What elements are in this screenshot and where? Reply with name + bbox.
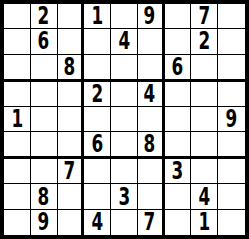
cell-r2c9[interactable]: [218, 29, 245, 54]
cell-r2c5[interactable]: 4: [111, 29, 138, 54]
cell-r9c5[interactable]: [111, 210, 138, 235]
cell-r9c7[interactable]: [165, 210, 192, 235]
cell-r5c1[interactable]: 1: [4, 107, 31, 132]
cell-r2c3[interactable]: [58, 29, 85, 54]
digit: 9: [144, 4, 156, 28]
cell-r4c7[interactable]: [165, 82, 192, 107]
cell-r6c6[interactable]: 8: [138, 132, 165, 159]
digit: 1: [11, 107, 23, 131]
cell-r7c1[interactable]: [4, 159, 31, 184]
cell-r3c3[interactable]: 8: [58, 55, 85, 82]
digit: 8: [64, 55, 76, 79]
cell-r6c9[interactable]: [218, 132, 245, 159]
cell-r7c2[interactable]: [31, 159, 58, 184]
cell-r4c6[interactable]: 4: [138, 82, 165, 107]
cell-r4c2[interactable]: [31, 82, 58, 107]
cell-r4c4[interactable]: 2: [84, 82, 111, 107]
cell-r9c8[interactable]: 1: [191, 210, 218, 235]
cell-r7c5[interactable]: [111, 159, 138, 184]
digit: 4: [144, 82, 156, 106]
cell-r6c1[interactable]: [4, 132, 31, 159]
cell-r1c5[interactable]: [111, 4, 138, 29]
cell-r1c7[interactable]: [165, 4, 192, 29]
cell-r8c6[interactable]: [138, 184, 165, 209]
cell-r5c2[interactable]: [31, 107, 58, 132]
cell-r7c6[interactable]: [138, 159, 165, 184]
cell-r9c9[interactable]: [218, 210, 245, 235]
cell-r7c8[interactable]: [191, 159, 218, 184]
cell-r2c4[interactable]: [84, 29, 111, 54]
digit: 6: [172, 55, 184, 79]
sudoku-board: 2 1 9 7 6 4 2 8 6 2 4 1 9 6 8 7: [0, 0, 249, 239]
cell-r3c9[interactable]: [218, 55, 245, 82]
cell-r6c4[interactable]: 6: [84, 132, 111, 159]
digit: 7: [144, 210, 156, 234]
cell-r5c3[interactable]: [58, 107, 85, 132]
cell-r5c9[interactable]: 9: [218, 107, 245, 132]
cell-r3c6[interactable]: [138, 55, 165, 82]
digit: 8: [38, 185, 50, 209]
cell-r8c7[interactable]: [165, 184, 192, 209]
cell-r2c8[interactable]: 2: [191, 29, 218, 54]
digit: 4: [198, 185, 210, 209]
cell-r4c3[interactable]: [58, 82, 85, 107]
digit: 1: [198, 210, 210, 234]
cell-r1c9[interactable]: [218, 4, 245, 29]
cell-r4c1[interactable]: [4, 82, 31, 107]
cell-r5c6[interactable]: [138, 107, 165, 132]
digit: 4: [118, 29, 130, 53]
digit: 2: [198, 29, 210, 53]
cell-r4c5[interactable]: [111, 82, 138, 107]
cell-r2c1[interactable]: [4, 29, 31, 54]
cell-r8c4[interactable]: [84, 184, 111, 209]
cell-r9c4[interactable]: 4: [84, 210, 111, 235]
digit: 9: [38, 210, 50, 234]
cell-r2c7[interactable]: [165, 29, 192, 54]
digit: 2: [91, 82, 103, 106]
cell-r6c8[interactable]: [191, 132, 218, 159]
cell-r8c2[interactable]: 8: [31, 184, 58, 209]
cell-r8c5[interactable]: 3: [111, 184, 138, 209]
cell-r5c7[interactable]: [165, 107, 192, 132]
cell-r3c1[interactable]: [4, 55, 31, 82]
cell-r3c7[interactable]: 6: [165, 55, 192, 82]
cell-r5c4[interactable]: [84, 107, 111, 132]
cell-r1c6[interactable]: 9: [138, 4, 165, 29]
digit: 6: [91, 132, 103, 156]
cell-r3c2[interactable]: [31, 55, 58, 82]
digit: 3: [172, 159, 184, 183]
cell-r5c8[interactable]: [191, 107, 218, 132]
cell-r3c5[interactable]: [111, 55, 138, 82]
cell-r7c9[interactable]: [218, 159, 245, 184]
cell-r7c3[interactable]: 7: [58, 159, 85, 184]
digit: 8: [144, 132, 156, 156]
cell-r1c1[interactable]: [4, 4, 31, 29]
cell-r9c2[interactable]: 9: [31, 210, 58, 235]
digit: 7: [198, 4, 210, 28]
cell-r2c6[interactable]: [138, 29, 165, 54]
cell-r1c4[interactable]: 1: [84, 4, 111, 29]
cell-r8c1[interactable]: [4, 184, 31, 209]
digit: 3: [118, 185, 130, 209]
cell-r1c3[interactable]: [58, 4, 85, 29]
cell-r1c8[interactable]: 7: [191, 4, 218, 29]
cell-r6c5[interactable]: [111, 132, 138, 159]
cell-r8c9[interactable]: [218, 184, 245, 209]
cell-r6c7[interactable]: [165, 132, 192, 159]
cell-r4c9[interactable]: [218, 82, 245, 107]
cell-r3c4[interactable]: [84, 55, 111, 82]
cell-r2c2[interactable]: 6: [31, 29, 58, 54]
cell-r6c2[interactable]: [31, 132, 58, 159]
cell-r5c5[interactable]: [111, 107, 138, 132]
cell-r7c7[interactable]: 3: [165, 159, 192, 184]
cell-r8c8[interactable]: 4: [191, 184, 218, 209]
cell-r7c4[interactable]: [84, 159, 111, 184]
digit: 1: [91, 4, 103, 28]
digit: 6: [38, 29, 50, 53]
cell-r9c3[interactable]: [58, 210, 85, 235]
digit: 7: [64, 159, 76, 183]
cell-r1c2[interactable]: 2: [31, 4, 58, 29]
cell-r6c3[interactable]: [58, 132, 85, 159]
digit: 4: [91, 210, 103, 234]
cell-r9c1[interactable]: [4, 210, 31, 235]
cell-r4c8[interactable]: [191, 82, 218, 107]
cell-r8c3[interactable]: [58, 184, 85, 209]
digit: 2: [38, 4, 50, 28]
cell-r9c6[interactable]: 7: [138, 210, 165, 235]
cell-r3c8[interactable]: [191, 55, 218, 82]
digit: 9: [226, 107, 238, 131]
